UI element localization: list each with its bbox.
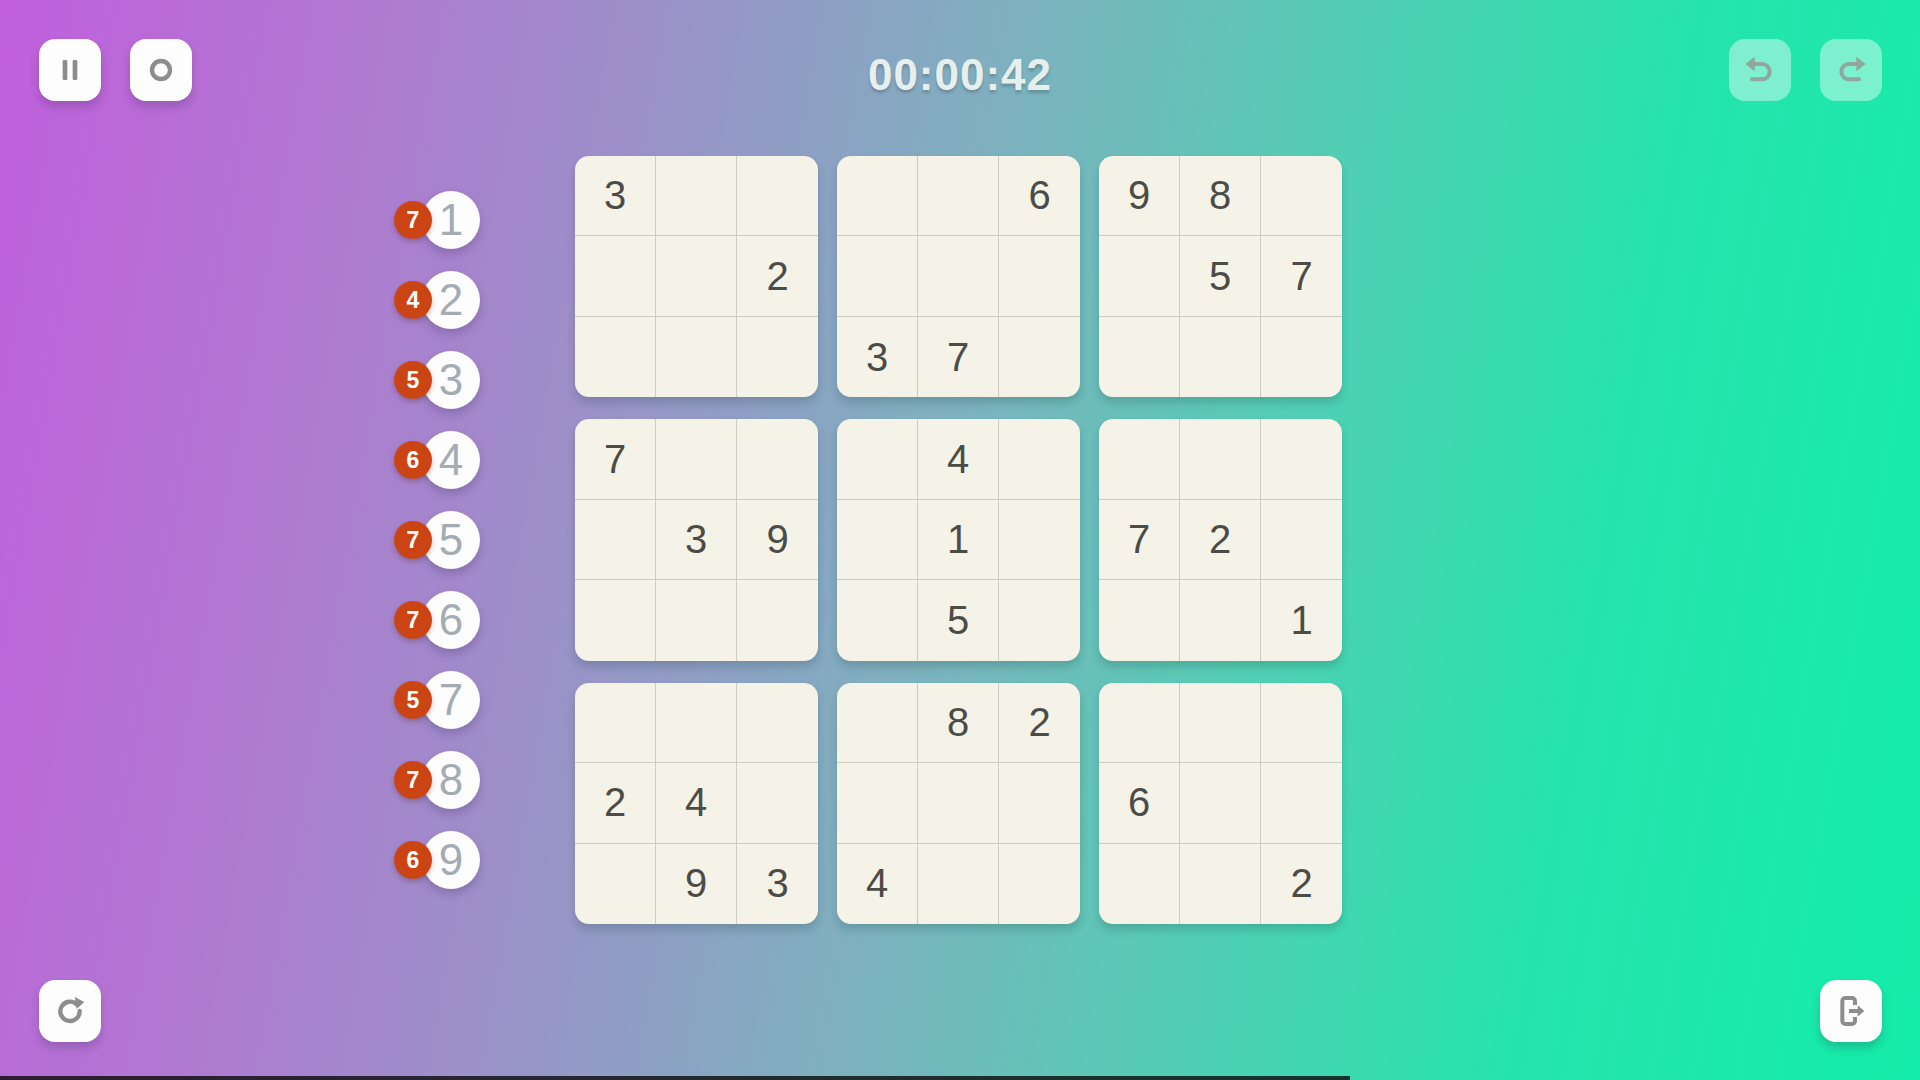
sudoku-box-2: 637: [837, 156, 1080, 397]
sudoku-cell-r3c7[interactable]: [1099, 317, 1180, 397]
sudoku-box-1: 32: [575, 156, 818, 397]
sudoku-cell-r7c8[interactable]: [1180, 683, 1261, 763]
sudoku-cell-r2c8[interactable]: 5: [1180, 236, 1261, 316]
exit-button[interactable]: [1820, 980, 1882, 1042]
sudoku-cell-r4c1[interactable]: 7: [575, 419, 656, 499]
sudoku-cell-r1c6[interactable]: 6: [999, 156, 1080, 236]
sudoku-cell-r3c6[interactable]: [999, 317, 1080, 397]
palette-digit-label: 1: [439, 198, 463, 242]
redo-icon: [1831, 50, 1871, 90]
sudoku-cell-r5c4[interactable]: [837, 500, 918, 580]
sudoku-box-9: 62: [1099, 683, 1342, 924]
sudoku-cell-r3c2[interactable]: [656, 317, 737, 397]
sudoku-cell-r1c5[interactable]: [918, 156, 999, 236]
sudoku-cell-r3c4[interactable]: 3: [837, 317, 918, 397]
game-timer: 00:00:42: [0, 50, 1920, 100]
sudoku-cell-r9c5[interactable]: [918, 844, 999, 924]
sudoku-cell-r4c5[interactable]: 4: [918, 419, 999, 499]
sudoku-cell-r6c6[interactable]: [999, 580, 1080, 660]
sudoku-box-4: 739: [575, 419, 818, 660]
sudoku-cell-r2c2[interactable]: [656, 236, 737, 316]
sudoku-cell-r6c5[interactable]: 5: [918, 580, 999, 660]
sudoku-cell-r2c4[interactable]: [837, 236, 918, 316]
sudoku-cell-r7c2[interactable]: [656, 683, 737, 763]
sudoku-cell-r7c3[interactable]: [737, 683, 818, 763]
sudoku-cell-r7c9[interactable]: [1261, 683, 1342, 763]
sudoku-cell-r9c3[interactable]: 3: [737, 844, 818, 924]
remaining-count-badge: 6: [394, 841, 432, 879]
sudoku-cell-r4c3[interactable]: [737, 419, 818, 499]
palette-digit-3[interactable]: 53: [422, 351, 480, 409]
redo-button[interactable]: [1820, 39, 1882, 101]
palette-digit-4[interactable]: 64: [422, 431, 480, 489]
sudoku-cell-r5c1[interactable]: [575, 500, 656, 580]
sudoku-cell-r9c4[interactable]: 4: [837, 844, 918, 924]
sudoku-cell-r9c1[interactable]: [575, 844, 656, 924]
palette-digit-label: 2: [439, 278, 463, 322]
remaining-count-badge: 7: [394, 201, 432, 239]
sudoku-cell-r9c6[interactable]: [999, 844, 1080, 924]
palette-digit-6[interactable]: 76: [422, 591, 480, 649]
sudoku-cell-r8c1[interactable]: 2: [575, 763, 656, 843]
sudoku-cell-r1c1[interactable]: 3: [575, 156, 656, 236]
exit-icon: [1831, 991, 1871, 1031]
sudoku-cell-r7c1[interactable]: [575, 683, 656, 763]
sudoku-cell-r3c3[interactable]: [737, 317, 818, 397]
sudoku-box-5: 415: [837, 419, 1080, 660]
sudoku-cell-r2c7[interactable]: [1099, 236, 1180, 316]
sudoku-cell-r2c9[interactable]: 7: [1261, 236, 1342, 316]
sudoku-cell-r9c2[interactable]: 9: [656, 844, 737, 924]
sudoku-box-8: 824: [837, 683, 1080, 924]
sudoku-cell-r1c9[interactable]: [1261, 156, 1342, 236]
sudoku-cell-r7c4[interactable]: [837, 683, 918, 763]
sudoku-cell-r6c7[interactable]: [1099, 580, 1180, 660]
sudoku-cell-r3c5[interactable]: 7: [918, 317, 999, 397]
remaining-count-badge: 7: [394, 601, 432, 639]
sudoku-cell-r6c9[interactable]: 1: [1261, 580, 1342, 660]
sudoku-cell-r4c9[interactable]: [1261, 419, 1342, 499]
restart-icon: [50, 991, 90, 1031]
remaining-count-badge: 5: [394, 681, 432, 719]
undo-icon: [1740, 50, 1780, 90]
sudoku-cell-r1c3[interactable]: [737, 156, 818, 236]
sudoku-cell-r8c5[interactable]: [918, 763, 999, 843]
palette-digit-1[interactable]: 71: [422, 191, 480, 249]
sudoku-cell-r8c7[interactable]: 6: [1099, 763, 1180, 843]
palette-digit-7[interactable]: 57: [422, 671, 480, 729]
sudoku-cell-r8c9[interactable]: [1261, 763, 1342, 843]
remaining-count-badge: 7: [394, 521, 432, 559]
palette-digit-9[interactable]: 69: [422, 831, 480, 889]
sudoku-cell-r9c9[interactable]: 2: [1261, 844, 1342, 924]
sudoku-cell-r9c8[interactable]: [1180, 844, 1261, 924]
remaining-count-badge: 4: [394, 281, 432, 319]
sudoku-cell-r4c2[interactable]: [656, 419, 737, 499]
sudoku-cell-r2c5[interactable]: [918, 236, 999, 316]
sudoku-cell-r8c3[interactable]: [737, 763, 818, 843]
sudoku-cell-r6c3[interactable]: [737, 580, 818, 660]
sudoku-cell-r3c8[interactable]: [1180, 317, 1261, 397]
sudoku-cell-r5c3[interactable]: 9: [737, 500, 818, 580]
sudoku-cell-r5c7[interactable]: 7: [1099, 500, 1180, 580]
sudoku-cell-r6c8[interactable]: [1180, 580, 1261, 660]
sudoku-cell-r2c1[interactable]: [575, 236, 656, 316]
sudoku-cell-r2c6[interactable]: [999, 236, 1080, 316]
sudoku-cell-r8c8[interactable]: [1180, 763, 1261, 843]
remaining-count-badge: 7: [394, 761, 432, 799]
palette-digit-5[interactable]: 75: [422, 511, 480, 569]
remaining-count-badge: 5: [394, 361, 432, 399]
palette-digit-label: 3: [439, 358, 463, 402]
sudoku-cell-r8c4[interactable]: [837, 763, 918, 843]
digit-palette: 714253647576577869: [422, 191, 480, 889]
sudoku-cell-r8c6[interactable]: [999, 763, 1080, 843]
sudoku-cell-r5c8[interactable]: 2: [1180, 500, 1261, 580]
sudoku-cell-r7c7[interactable]: [1099, 683, 1180, 763]
sudoku-cell-r5c2[interactable]: 3: [656, 500, 737, 580]
restart-button[interactable]: [39, 980, 101, 1042]
sudoku-cell-r7c5[interactable]: 8: [918, 683, 999, 763]
palette-digit-label: 6: [439, 598, 463, 642]
sudoku-cell-r7c6[interactable]: 2: [999, 683, 1080, 763]
sudoku-cell-r4c4[interactable]: [837, 419, 918, 499]
remaining-count-badge: 6: [394, 441, 432, 479]
sudoku-cell-r5c9[interactable]: [1261, 500, 1342, 580]
screen-edge-artifact: [0, 1076, 1350, 1080]
palette-digit-label: 5: [439, 518, 463, 562]
sudoku-cell-r4c6[interactable]: [999, 419, 1080, 499]
sudoku-cell-r4c8[interactable]: [1180, 419, 1261, 499]
sudoku-cell-r8c2[interactable]: 4: [656, 763, 737, 843]
sudoku-cell-r3c9[interactable]: [1261, 317, 1342, 397]
sudoku-cell-r4c7[interactable]: [1099, 419, 1180, 499]
sudoku-cell-r1c8[interactable]: 8: [1180, 156, 1261, 236]
palette-digit-label: 9: [439, 838, 463, 882]
palette-digit-label: 8: [439, 758, 463, 802]
sudoku-cell-r6c4[interactable]: [837, 580, 918, 660]
palette-digit-8[interactable]: 78: [422, 751, 480, 809]
palette-digit-label: 7: [439, 678, 463, 722]
sudoku-cell-r1c7[interactable]: 9: [1099, 156, 1180, 236]
sudoku-box-7: 2493: [575, 683, 818, 924]
palette-digit-2[interactable]: 42: [422, 271, 480, 329]
sudoku-cell-r5c5[interactable]: 1: [918, 500, 999, 580]
sudoku-cell-r3c1[interactable]: [575, 317, 656, 397]
sudoku-cell-r1c2[interactable]: [656, 156, 737, 236]
sudoku-cell-r5c6[interactable]: [999, 500, 1080, 580]
sudoku-box-3: 9857: [1099, 156, 1342, 397]
sudoku-board: 326379857739415721249382462: [575, 156, 1342, 924]
palette-digit-label: 4: [439, 438, 463, 482]
sudoku-cell-r9c7[interactable]: [1099, 844, 1180, 924]
sudoku-cell-r6c1[interactable]: [575, 580, 656, 660]
sudoku-cell-r6c2[interactable]: [656, 580, 737, 660]
sudoku-cell-r2c3[interactable]: 2: [737, 236, 818, 316]
undo-button[interactable]: [1729, 39, 1791, 101]
sudoku-cell-r1c4[interactable]: [837, 156, 918, 236]
sudoku-box-6: 721: [1099, 419, 1342, 660]
sudoku-app: 00:00:42 714253647576577869 326379857739…: [0, 0, 1920, 1080]
